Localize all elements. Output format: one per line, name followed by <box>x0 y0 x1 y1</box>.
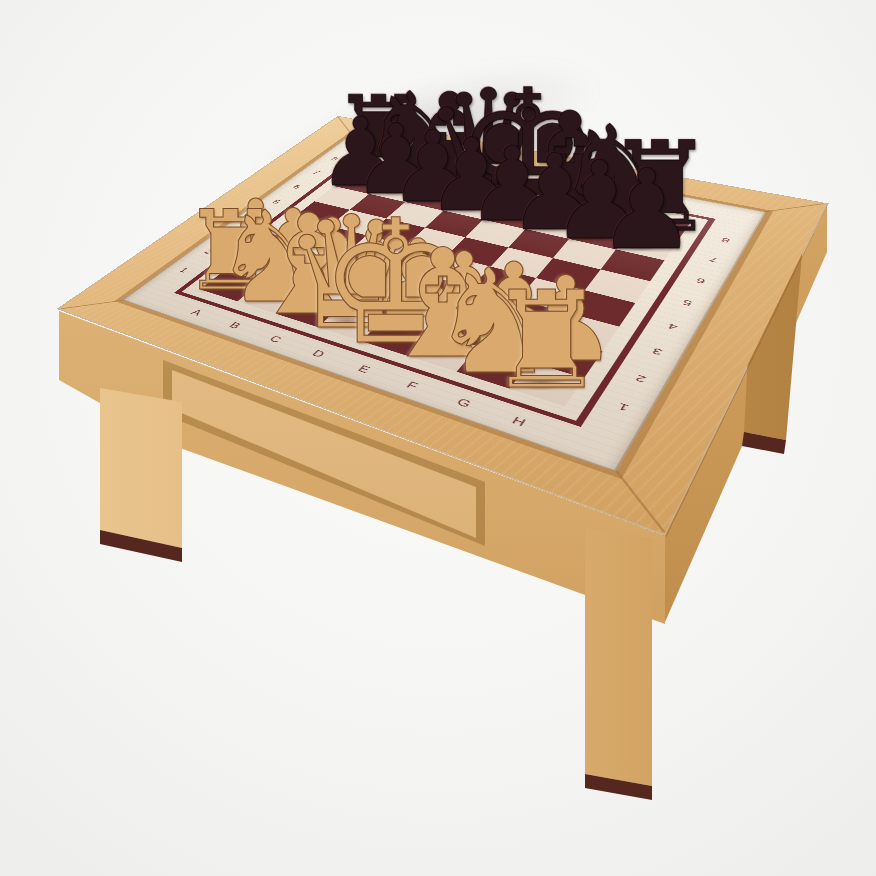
piece-black-pawn[interactable]: ♟ <box>597 155 696 266</box>
piece-white-rook[interactable]: ♜ <box>487 275 607 409</box>
scene: AABBCCDDEEFFGGHH1122334455667788 ♜♞♝♛♚♝♞… <box>0 0 876 876</box>
pieces-layer: ♜♞♝♛♚♝♞♜♟♟♟♟♟♟♟♟♟♟♟♟♟♟♟♟♜♞♝♛♚♝♞♜ <box>0 0 876 876</box>
